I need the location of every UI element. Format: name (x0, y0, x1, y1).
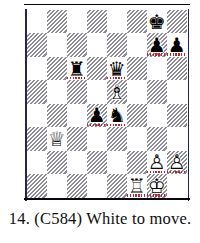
square-e1 (107, 174, 127, 197)
square-f7 (127, 33, 147, 56)
board-bottom-border (24, 198, 190, 200)
square-e2 (107, 151, 127, 174)
diagram-caption: 14. (C584) White to move. (0, 209, 200, 235)
red-squiggle-underline (147, 53, 166, 55)
square-a4 (27, 104, 47, 127)
square-c4 (67, 104, 87, 127)
square-f4 (127, 104, 147, 127)
square-g1: ♚♔ (147, 174, 167, 197)
square-d5 (87, 80, 107, 103)
square-g3 (147, 127, 167, 150)
red-squiggle-underline (147, 171, 166, 173)
board-right-border (188, 9, 190, 201)
square-c5 (67, 80, 87, 103)
square-c1 (67, 174, 87, 197)
board-top-border (24, 4, 190, 6)
square-e3 (107, 127, 127, 150)
square-e5: ♝♗ (107, 80, 127, 103)
square-a7 (27, 33, 47, 56)
square-b7 (47, 33, 67, 56)
red-squiggle-underline (67, 77, 86, 79)
square-e4: ♞ (107, 104, 127, 127)
red-squiggle-underline (167, 171, 186, 173)
square-h5 (167, 80, 187, 103)
square-f6 (127, 57, 147, 80)
square-d3 (87, 127, 107, 150)
white-piece-b3: ♛♕ (47, 127, 67, 150)
square-h6 (167, 57, 187, 80)
square-f8 (127, 10, 147, 33)
square-a6 (27, 57, 47, 80)
square-c6: ♜ (67, 57, 87, 80)
square-d1 (87, 174, 107, 197)
square-e8 (107, 10, 127, 33)
square-b2 (47, 151, 67, 174)
white-piece-e5: ♝♗ (107, 80, 127, 103)
square-b5 (47, 80, 67, 103)
square-b6 (47, 57, 67, 80)
square-g4 (147, 104, 167, 127)
black-piece-g8: ♚ (147, 10, 167, 33)
square-b4 (47, 104, 67, 127)
square-c2 (67, 151, 87, 174)
square-c8 (67, 10, 87, 33)
square-c3 (67, 127, 87, 150)
square-b3: ♛♕ (47, 127, 67, 150)
chess-board: ♚♟♟♜♛♝♗♟♞♛♕♟♙♟♙♜♖♚♔ (27, 10, 187, 198)
square-a2 (27, 151, 47, 174)
piece-outline-glyph: ♗ (107, 80, 127, 103)
square-g2: ♟♙ (147, 151, 167, 174)
piece-glyph: ♚ (147, 10, 167, 33)
square-e6: ♛ (107, 57, 127, 80)
square-c7 (67, 33, 87, 56)
square-f5 (127, 80, 147, 103)
square-d4: ♟ (87, 104, 107, 127)
square-g7: ♟ (147, 33, 167, 56)
square-h1 (167, 174, 187, 197)
red-squiggle-underline (107, 77, 126, 79)
square-d8 (87, 10, 107, 33)
chess-diagram-page: ♚♟♟♜♛♝♗♟♞♛♕♟♙♟♙♜♖♚♔ 14. (C584) White to … (0, 0, 200, 243)
square-g5 (147, 80, 167, 103)
square-a8 (27, 10, 47, 33)
red-squiggle-underline (127, 194, 146, 196)
square-d7 (87, 33, 107, 56)
square-f2 (127, 151, 147, 174)
square-a1 (27, 174, 47, 197)
square-e7 (107, 33, 127, 56)
red-squiggle-underline (87, 124, 106, 126)
square-h2: ♟♙ (167, 151, 187, 174)
square-h3 (167, 127, 187, 150)
square-h7: ♟ (167, 33, 187, 56)
piece-outline-glyph: ♕ (47, 127, 67, 150)
square-d2 (87, 151, 107, 174)
square-a5 (27, 80, 47, 103)
square-g6 (147, 57, 167, 80)
square-b8 (47, 10, 67, 33)
square-d6 (87, 57, 107, 80)
square-b1 (47, 174, 67, 197)
square-a3 (27, 127, 47, 150)
red-squiggle-underline (167, 53, 186, 55)
red-squiggle-underline (147, 194, 166, 196)
square-g8: ♚ (147, 10, 167, 33)
square-h4 (167, 104, 187, 127)
square-f1: ♜♖ (127, 174, 147, 197)
square-h8 (167, 10, 187, 33)
red-squiggle-underline (107, 124, 126, 126)
square-f3 (127, 127, 147, 150)
